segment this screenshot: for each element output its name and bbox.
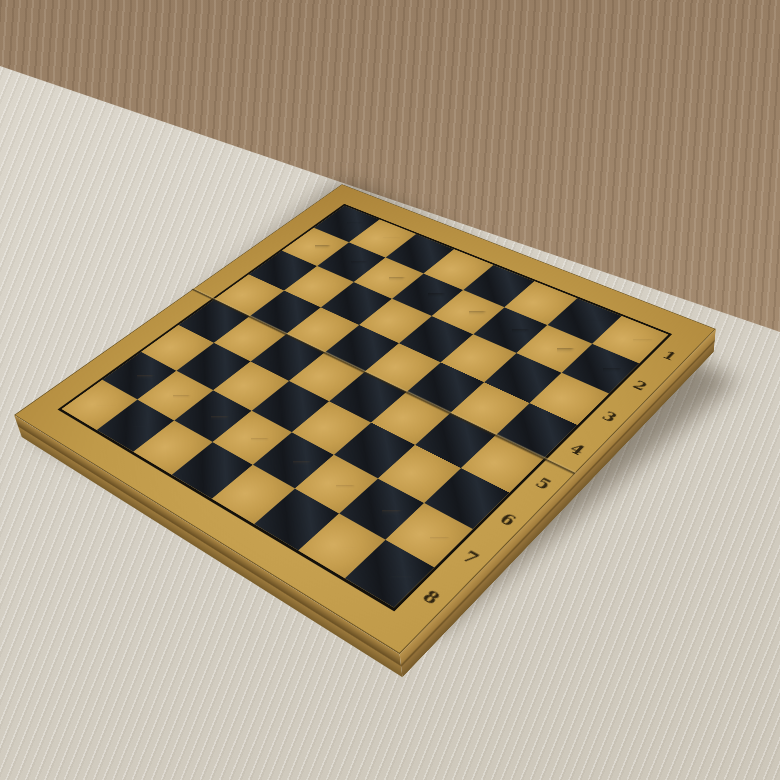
pawn-glyph: ♟	[488, 250, 535, 341]
square-d4[interactable]	[325, 325, 399, 372]
pawn-glyph: ♟	[294, 174, 337, 256]
square-a2[interactable]: ♟	[282, 228, 349, 266]
queen-finial	[246, 359, 258, 378]
square-c1[interactable]: ♝	[386, 234, 454, 273]
square-a1[interactable]: ♜	[314, 206, 380, 243]
board-top-face: 87654321 ♜♟♟♜♞♟♟♞♝♟♟♝♚♟♟♛♛♟♟♚♝♟♟♝♞♟♟♞♜♟♟…	[14, 184, 716, 654]
rook-glyph: ♜	[355, 456, 425, 590]
square-b2[interactable]: ♟	[317, 242, 385, 282]
square-c2[interactable]: ♟	[354, 258, 424, 299]
square-c4[interactable]	[287, 307, 360, 352]
chess-board: 87654321 ♜♟♟♜♞♟♟♞♝♟♟♝♚♟♟♛♛♟♟♚♝♟♟♝♞♟♟♞♜♟♟…	[14, 184, 716, 654]
square-d2[interactable]: ♟	[392, 273, 463, 316]
square-e4[interactable]	[365, 343, 441, 392]
bishop-glyph: ♝	[391, 148, 451, 263]
square-e2[interactable]: ♟	[432, 290, 505, 334]
pawn-glyph: ♟	[406, 217, 451, 304]
square-a3[interactable]	[249, 251, 317, 291]
square-b4[interactable]	[250, 291, 321, 334]
pawn-glyph: ♟	[533, 267, 581, 360]
pawn-glyph: ♟	[446, 233, 492, 322]
square-e3[interactable]	[399, 316, 473, 362]
queen-glyph: ♛	[426, 149, 494, 279]
square-c3[interactable]	[321, 282, 392, 325]
square-f3[interactable]	[441, 334, 517, 382]
king-finial	[207, 303, 215, 336]
square-b1[interactable]: ♞	[349, 220, 416, 258]
knight-glyph: ♞	[356, 144, 410, 248]
king-finial	[497, 137, 504, 165]
chess-photo-scene: 87654321 ♜♟♟♜♞♟♟♞♝♟♟♝♚♟♟♛♛♟♟♚♝♟♟♝♞♟♟♞♜♟♟…	[0, 0, 780, 780]
square-e1[interactable]: ♚	[463, 265, 534, 307]
rook-glyph: ♜	[321, 134, 372, 232]
perspective-scene: 87654321 ♜♟♟♜♞♟♟♞♝♟♟♝♚♟♟♛♛♟♟♚♝♟♟♝♞♟♟♞♜♟♟…	[0, 0, 780, 780]
king-glyph: ♚	[463, 154, 537, 296]
square-d1[interactable]: ♛	[424, 249, 494, 290]
pawn-glyph: ♟	[330, 188, 374, 272]
pawn-glyph: ♟	[579, 285, 629, 380]
pawn-glyph: ♟	[367, 202, 412, 288]
queen-finial	[455, 153, 465, 169]
square-h8[interactable]: ♜	[345, 540, 434, 608]
square-b3[interactable]	[284, 266, 354, 307]
square-d3[interactable]	[359, 299, 432, 344]
board-squares: ♜♟♟♜♞♟♟♞♝♟♟♝♚♟♟♛♛♟♟♚♝♟♟♝♞♟♟♞♜♟♟♜	[62, 206, 669, 608]
